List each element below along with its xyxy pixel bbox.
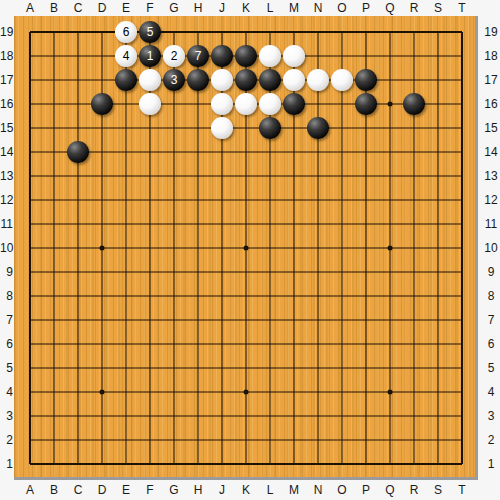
- row-label-left-2: 2: [0, 434, 13, 446]
- row-label-left-17: 17: [0, 74, 13, 86]
- row-label-left-13: 13: [0, 170, 13, 182]
- stone-white-G18-move-2[interactable]: 2: [163, 45, 185, 67]
- move-number-label: 7: [195, 50, 202, 62]
- stone-black-D16[interactable]: [91, 93, 113, 115]
- row-label-right-7: 7: [482, 314, 500, 326]
- row-label-left-11: 11: [0, 218, 13, 230]
- column-label-bottom-M: M: [284, 484, 304, 496]
- column-label-top-H: H: [188, 2, 208, 14]
- stone-black-N15[interactable]: [307, 117, 329, 139]
- stone-white-K16[interactable]: [235, 93, 257, 115]
- column-label-bottom-D: D: [92, 484, 112, 496]
- column-label-top-E: E: [116, 2, 136, 14]
- column-label-top-K: K: [236, 2, 256, 14]
- row-label-right-14: 14: [482, 146, 500, 158]
- column-label-top-L: L: [260, 2, 280, 14]
- column-label-bottom-R: R: [404, 484, 424, 496]
- row-label-right-12: 12: [482, 194, 500, 206]
- row-label-left-15: 15: [0, 122, 13, 134]
- row-label-right-5: 5: [482, 362, 500, 374]
- stone-black-M16[interactable]: [283, 93, 305, 115]
- star-point-K10: [244, 246, 249, 251]
- column-label-bottom-L: L: [260, 484, 280, 496]
- row-label-left-7: 7: [0, 314, 13, 326]
- column-label-bottom-J: J: [212, 484, 232, 496]
- column-label-bottom-F: F: [140, 484, 160, 496]
- stone-black-F18-move-1[interactable]: 1: [139, 45, 161, 67]
- column-label-top-Q: Q: [380, 2, 400, 14]
- row-label-right-18: 18: [482, 50, 500, 62]
- row-label-left-1: 1: [0, 458, 13, 470]
- row-label-right-15: 15: [482, 122, 500, 134]
- column-label-top-P: P: [356, 2, 376, 14]
- stone-white-M18[interactable]: [283, 45, 305, 67]
- column-label-bottom-H: H: [188, 484, 208, 496]
- move-number-label: 5: [147, 26, 154, 38]
- stone-white-J17[interactable]: [211, 69, 233, 91]
- column-label-top-J: J: [212, 2, 232, 14]
- column-label-top-R: R: [404, 2, 424, 14]
- row-label-right-19: 19: [482, 26, 500, 38]
- column-label-bottom-T: T: [452, 484, 472, 496]
- stone-black-R16[interactable]: [403, 93, 425, 115]
- go-board[interactable]: 6541273: [14, 16, 478, 480]
- stone-white-F16[interactable]: [139, 93, 161, 115]
- column-label-top-G: G: [164, 2, 184, 14]
- column-label-top-D: D: [92, 2, 112, 14]
- star-point-Q4: [388, 390, 393, 395]
- star-point-Q16: [388, 102, 393, 107]
- stone-white-J15[interactable]: [211, 117, 233, 139]
- stone-white-F17[interactable]: [139, 69, 161, 91]
- column-label-top-N: N: [308, 2, 328, 14]
- column-label-bottom-A: A: [20, 484, 40, 496]
- row-label-left-14: 14: [0, 146, 13, 158]
- row-label-left-12: 12: [0, 194, 13, 206]
- star-point-Q10: [388, 246, 393, 251]
- stone-black-G17-move-3[interactable]: 3: [163, 69, 185, 91]
- move-number-label: 3: [171, 74, 178, 86]
- stone-black-K17[interactable]: [235, 69, 257, 91]
- row-label-right-16: 16: [482, 98, 500, 110]
- stone-white-E18-move-4[interactable]: 4: [115, 45, 137, 67]
- row-label-right-8: 8: [482, 290, 500, 302]
- column-label-bottom-G: G: [164, 484, 184, 496]
- stone-white-E19-move-6[interactable]: 6: [115, 21, 137, 43]
- column-label-bottom-N: N: [308, 484, 328, 496]
- stone-white-J16[interactable]: [211, 93, 233, 115]
- column-label-top-T: T: [452, 2, 472, 14]
- star-point-K4: [244, 390, 249, 395]
- row-label-right-17: 17: [482, 74, 500, 86]
- stone-white-L16[interactable]: [259, 93, 281, 115]
- stone-black-J18[interactable]: [211, 45, 233, 67]
- stone-black-C14[interactable]: [67, 141, 89, 163]
- column-label-bottom-O: O: [332, 484, 352, 496]
- row-label-right-1: 1: [482, 458, 500, 470]
- move-number-label: 4: [123, 50, 130, 62]
- column-label-bottom-S: S: [428, 484, 448, 496]
- move-number-label: 1: [147, 50, 154, 62]
- row-label-left-6: 6: [0, 338, 13, 350]
- stone-black-K18[interactable]: [235, 45, 257, 67]
- row-label-left-8: 8: [0, 290, 13, 302]
- stone-black-F19-move-5[interactable]: 5: [139, 21, 161, 43]
- stone-white-L18[interactable]: [259, 45, 281, 67]
- row-label-right-11: 11: [482, 218, 500, 230]
- go-diagram-screen: ABCDEFGHJKLMNOPQRST ABCDEFGHJKLMNOPQRST …: [0, 0, 500, 500]
- column-label-top-F: F: [140, 2, 160, 14]
- star-point-D10: [100, 246, 105, 251]
- stone-black-H17[interactable]: [187, 69, 209, 91]
- column-label-bottom-Q: Q: [380, 484, 400, 496]
- row-label-left-18: 18: [0, 50, 13, 62]
- column-label-bottom-E: E: [116, 484, 136, 496]
- row-label-left-19: 19: [0, 26, 13, 38]
- row-label-right-9: 9: [482, 266, 500, 278]
- stone-white-M17[interactable]: [283, 69, 305, 91]
- row-label-right-13: 13: [482, 170, 500, 182]
- row-label-right-2: 2: [482, 434, 500, 446]
- row-label-right-4: 4: [482, 386, 500, 398]
- column-label-top-M: M: [284, 2, 304, 14]
- row-label-left-5: 5: [0, 362, 13, 374]
- stone-black-P17[interactable]: [355, 69, 377, 91]
- stone-white-N17[interactable]: [307, 69, 329, 91]
- column-label-top-A: A: [20, 2, 40, 14]
- stone-black-P16[interactable]: [355, 93, 377, 115]
- row-label-right-10: 10: [482, 242, 500, 254]
- row-label-right-3: 3: [482, 410, 500, 422]
- column-label-top-C: C: [68, 2, 88, 14]
- column-label-top-O: O: [332, 2, 352, 14]
- column-label-top-B: B: [44, 2, 64, 14]
- row-label-left-3: 3: [0, 410, 13, 422]
- stone-white-O17[interactable]: [331, 69, 353, 91]
- column-label-top-S: S: [428, 2, 448, 14]
- row-label-left-9: 9: [0, 266, 13, 278]
- row-label-right-6: 6: [482, 338, 500, 350]
- stone-black-E17[interactable]: [115, 69, 137, 91]
- row-label-left-4: 4: [0, 386, 13, 398]
- column-label-bottom-C: C: [68, 484, 88, 496]
- move-number-label: 2: [171, 50, 178, 62]
- move-number-label: 6: [123, 26, 130, 38]
- stone-black-L17[interactable]: [259, 69, 281, 91]
- row-label-left-10: 10: [0, 242, 13, 254]
- column-label-bottom-K: K: [236, 484, 256, 496]
- column-label-bottom-B: B: [44, 484, 64, 496]
- stone-black-H18-move-7[interactable]: 7: [187, 45, 209, 67]
- row-label-left-16: 16: [0, 98, 13, 110]
- star-point-D4: [100, 390, 105, 395]
- column-label-bottom-P: P: [356, 484, 376, 496]
- stone-black-L15[interactable]: [259, 117, 281, 139]
